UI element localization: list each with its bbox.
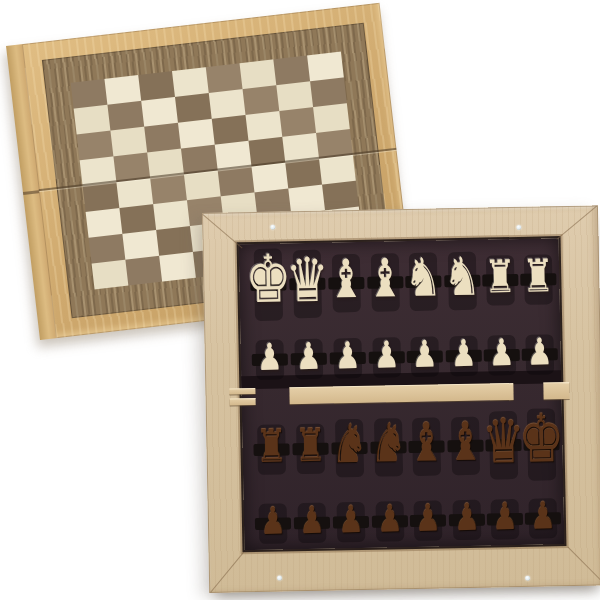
board-square (178, 119, 215, 149)
board-square (243, 85, 280, 115)
board-square (273, 55, 310, 85)
board-square (310, 77, 347, 107)
board-square (86, 208, 123, 238)
board-square (141, 97, 178, 127)
board-square (279, 107, 316, 137)
open-piece-case: ♚♛♝♝♞♞♜♜♟♟♟♟♟♟♟♟♜♜♞♞♝♝♛♚♟♟♟♟♟♟♟♟ (202, 205, 600, 593)
board-square (125, 256, 162, 286)
board-square (122, 230, 159, 260)
fold-divider-finger (230, 398, 256, 405)
white-pawn-piece: ♟ (514, 333, 565, 371)
board-square (175, 93, 212, 123)
nail-glint (516, 225, 521, 230)
frame-miter-joint (568, 547, 600, 585)
board-square (307, 52, 344, 82)
board-square (119, 204, 156, 234)
fold-divider-connector (543, 382, 569, 399)
frame-miter-joint (210, 552, 244, 593)
board-square (74, 105, 111, 135)
board-square (92, 260, 129, 290)
board-square (240, 59, 277, 89)
nail-glint (525, 576, 530, 581)
board-square (144, 123, 181, 153)
white-rook-piece: ♜ (513, 253, 564, 299)
board-square (138, 71, 175, 101)
board-square (209, 89, 246, 119)
board-square (159, 252, 196, 282)
board-square (251, 163, 288, 193)
frame-miter-joint (556, 206, 597, 240)
board-square (153, 200, 190, 230)
board-square (172, 67, 209, 97)
board-square (156, 226, 193, 256)
board-square (206, 63, 243, 93)
product-photo-scene: ♚♛♝♝♞♞♜♜♟♟♟♟♟♟♟♟♜♜♞♞♝♝♛♚♟♟♟♟♟♟♟♟ (0, 0, 600, 600)
board-side-fold-seam (23, 190, 39, 195)
black-king-piece: ♚ (516, 406, 567, 473)
frame-miter-joint (202, 214, 242, 249)
fold-divider-finger (229, 388, 255, 394)
board-square (212, 115, 249, 145)
board-square (184, 170, 221, 200)
board-square (218, 167, 255, 197)
nail-glint (277, 576, 282, 581)
board-square (313, 103, 350, 133)
board-square (107, 101, 144, 131)
board-square (77, 131, 114, 161)
board-square (89, 234, 126, 264)
board-square (150, 174, 187, 204)
board-square (83, 182, 120, 212)
board-square (116, 178, 153, 208)
board-square (322, 181, 359, 211)
nail-glint (270, 225, 275, 230)
board-square (104, 75, 141, 105)
board-square (285, 159, 322, 189)
board-square (71, 79, 108, 109)
board-square (110, 127, 147, 157)
board-square (276, 81, 313, 111)
black-pawn-piece: ♟ (518, 497, 569, 535)
board-square (319, 155, 356, 185)
board-square (246, 111, 283, 141)
